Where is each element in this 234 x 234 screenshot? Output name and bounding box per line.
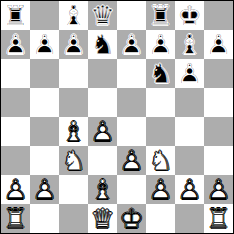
- black-pawn-piece: ♟♙: [117, 30, 146, 59]
- square-g1[interactable]: [175, 204, 204, 233]
- square-b8[interactable]: [30, 1, 59, 30]
- chess-board: ♜♖♝♗♛♕♜♖♚♔♟♙♟♙♟♙♞♘♟♙♟♙♝♗♟♙♞♘♟♙♝♗♟♙♞♘♟♙♞♘…: [0, 0, 234, 234]
- white-knight-piece: ♞♘: [146, 146, 175, 175]
- square-c1[interactable]: [59, 204, 88, 233]
- square-b5[interactable]: [30, 88, 59, 117]
- black-queen-piece: ♛♕: [88, 1, 117, 30]
- white-king-piece: ♚♔: [117, 204, 146, 233]
- square-g3[interactable]: [175, 146, 204, 175]
- square-c6[interactable]: [59, 59, 88, 88]
- white-pawn-piece: ♟♙: [175, 175, 204, 204]
- square-a1[interactable]: ♜♖: [1, 204, 30, 233]
- square-e1[interactable]: ♚♔: [117, 204, 146, 233]
- square-e8[interactable]: [117, 1, 146, 30]
- square-e6[interactable]: [117, 59, 146, 88]
- square-c8[interactable]: ♝♗: [59, 1, 88, 30]
- white-bishop-piece: ♝♗: [59, 117, 88, 146]
- square-e4[interactable]: [117, 117, 146, 146]
- black-pawn-piece: ♟♙: [1, 30, 30, 59]
- square-a8[interactable]: ♜♖: [1, 1, 30, 30]
- square-d7[interactable]: ♞♘: [88, 30, 117, 59]
- white-bishop-piece: ♝♗: [88, 175, 117, 204]
- square-h1[interactable]: ♜♖: [204, 204, 233, 233]
- square-e3[interactable]: ♟♙: [117, 146, 146, 175]
- square-d2[interactable]: ♝♗: [88, 175, 117, 204]
- square-d5[interactable]: [88, 88, 117, 117]
- square-c3[interactable]: ♞♘: [59, 146, 88, 175]
- square-a5[interactable]: [1, 88, 30, 117]
- square-h6[interactable]: [204, 59, 233, 88]
- black-bishop-piece: ♝♗: [175, 30, 204, 59]
- board-grid: ♜♖♝♗♛♕♜♖♚♔♟♙♟♙♟♙♞♘♟♙♟♙♝♗♟♙♞♘♟♙♝♗♟♙♞♘♟♙♞♘…: [1, 1, 233, 233]
- square-g2[interactable]: ♟♙: [175, 175, 204, 204]
- square-f3[interactable]: ♞♘: [146, 146, 175, 175]
- square-f6[interactable]: ♞♘: [146, 59, 175, 88]
- square-c4[interactable]: ♝♗: [59, 117, 88, 146]
- square-f1[interactable]: [146, 204, 175, 233]
- square-b2[interactable]: ♟♙: [30, 175, 59, 204]
- black-knight-piece: ♞♘: [146, 59, 175, 88]
- square-g4[interactable]: [175, 117, 204, 146]
- white-pawn-piece: ♟♙: [204, 175, 233, 204]
- square-g5[interactable]: [175, 88, 204, 117]
- black-king-piece: ♚♔: [175, 1, 204, 30]
- square-e5[interactable]: [117, 88, 146, 117]
- white-pawn-piece: ♟♙: [88, 117, 117, 146]
- square-c7[interactable]: ♟♙: [59, 30, 88, 59]
- square-c2[interactable]: [59, 175, 88, 204]
- white-pawn-piece: ♟♙: [1, 175, 30, 204]
- square-h7[interactable]: ♟♙: [204, 30, 233, 59]
- square-d8[interactable]: ♛♕: [88, 1, 117, 30]
- white-pawn-piece: ♟♙: [117, 146, 146, 175]
- square-a4[interactable]: [1, 117, 30, 146]
- square-h5[interactable]: [204, 88, 233, 117]
- black-pawn-piece: ♟♙: [204, 30, 233, 59]
- black-pawn-piece: ♟♙: [59, 30, 88, 59]
- square-b4[interactable]: [30, 117, 59, 146]
- white-queen-piece: ♛♕: [88, 204, 117, 233]
- white-rook-piece: ♜♖: [1, 204, 30, 233]
- black-rook-piece: ♜♖: [146, 1, 175, 30]
- square-b1[interactable]: [30, 204, 59, 233]
- square-a2[interactable]: ♟♙: [1, 175, 30, 204]
- square-a3[interactable]: [1, 146, 30, 175]
- white-rook-piece: ♜♖: [204, 204, 233, 233]
- square-d1[interactable]: ♛♕: [88, 204, 117, 233]
- square-f7[interactable]: ♟♙: [146, 30, 175, 59]
- white-pawn-piece: ♟♙: [30, 175, 59, 204]
- black-knight-piece: ♞♘: [88, 30, 117, 59]
- square-h3[interactable]: [204, 146, 233, 175]
- black-rook-piece: ♜♖: [1, 1, 30, 30]
- black-pawn-piece: ♟♙: [146, 30, 175, 59]
- square-h2[interactable]: ♟♙: [204, 175, 233, 204]
- square-f5[interactable]: [146, 88, 175, 117]
- square-g6[interactable]: ♟♙: [175, 59, 204, 88]
- black-pawn-piece: ♟♙: [30, 30, 59, 59]
- square-a7[interactable]: ♟♙: [1, 30, 30, 59]
- white-pawn-piece: ♟♙: [146, 175, 175, 204]
- square-a6[interactable]: [1, 59, 30, 88]
- square-d4[interactable]: ♟♙: [88, 117, 117, 146]
- square-h4[interactable]: [204, 117, 233, 146]
- square-b7[interactable]: ♟♙: [30, 30, 59, 59]
- white-knight-piece: ♞♘: [59, 146, 88, 175]
- square-g8[interactable]: ♚♔: [175, 1, 204, 30]
- square-c5[interactable]: [59, 88, 88, 117]
- square-h8[interactable]: [204, 1, 233, 30]
- black-bishop-piece: ♝♗: [59, 1, 88, 30]
- square-d3[interactable]: [88, 146, 117, 175]
- square-f4[interactable]: [146, 117, 175, 146]
- square-g7[interactable]: ♝♗: [175, 30, 204, 59]
- square-b3[interactable]: [30, 146, 59, 175]
- square-e2[interactable]: [117, 175, 146, 204]
- black-pawn-piece: ♟♙: [175, 59, 204, 88]
- square-f8[interactable]: ♜♖: [146, 1, 175, 30]
- square-d6[interactable]: [88, 59, 117, 88]
- square-b6[interactable]: [30, 59, 59, 88]
- square-e7[interactable]: ♟♙: [117, 30, 146, 59]
- square-f2[interactable]: ♟♙: [146, 175, 175, 204]
